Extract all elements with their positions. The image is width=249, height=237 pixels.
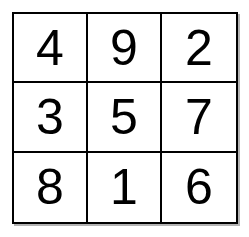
cell-r1c1: 4: [14, 14, 88, 83]
cell-r2c3: 7: [162, 83, 236, 152]
cell-r3c1: 8: [14, 153, 88, 222]
cell-r1c3: 2: [162, 14, 236, 83]
cell-r1c2: 9: [88, 14, 162, 83]
cell-r2c1: 3: [14, 83, 88, 152]
cell-r3c2: 1: [88, 153, 162, 222]
magic-square-board: 4 9 2 3 5 7 8 1 6: [12, 12, 238, 224]
cell-r3c3: 6: [162, 153, 236, 222]
cell-r2c2: 5: [88, 83, 162, 152]
